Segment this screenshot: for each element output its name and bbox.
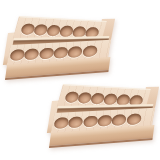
mancala-board-1 [8,16,112,82]
pit[interactable] [111,114,127,126]
pit[interactable] [24,48,40,60]
pit[interactable] [67,46,83,58]
product-photo-canvas [0,0,160,160]
pit[interactable] [97,115,113,127]
pit[interactable] [83,115,99,127]
mancala-board-2 [52,84,156,150]
pit[interactable] [39,47,55,59]
pit[interactable] [68,116,84,128]
pit[interactable] [82,45,98,57]
pit[interactable] [54,117,70,129]
pit[interactable] [53,47,69,59]
pit[interactable] [10,49,26,61]
pit[interactable] [126,113,142,125]
